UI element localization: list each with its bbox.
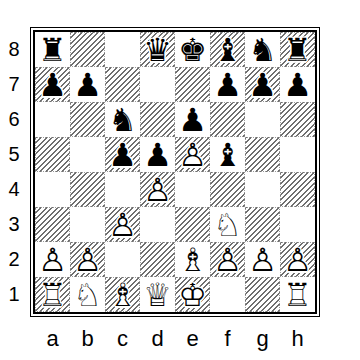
white-pawn-fill: ♟ <box>141 173 174 206</box>
square-g3[interactable] <box>245 207 280 242</box>
square-d2[interactable] <box>140 242 175 277</box>
square-b6[interactable] <box>70 102 105 137</box>
rank-label-8: 8 <box>1 32 27 67</box>
black-queen: ♛ <box>141 33 174 66</box>
rank-label-2: 2 <box>1 242 27 277</box>
square-d3[interactable] <box>140 207 175 242</box>
square-c8[interactable] <box>105 32 140 67</box>
white-rook-fill: ♜ <box>36 278 69 311</box>
file-label-h: h <box>280 323 315 355</box>
square-a7[interactable]: ♟ <box>35 67 70 102</box>
white-knight: ♘ <box>210 207 245 242</box>
black-pawn: ♟ <box>210 67 245 102</box>
white-pawn: ♙ <box>35 242 70 277</box>
square-a5[interactable] <box>35 137 70 172</box>
white-pawn-fill: ♟ <box>281 243 314 276</box>
white-knight-fill: ♞ <box>210 207 245 242</box>
black-bishop: ♝ <box>211 33 244 66</box>
rank-label-7: 7 <box>1 67 27 102</box>
square-b5[interactable] <box>70 137 105 172</box>
rank-label-6: 6 <box>1 102 27 137</box>
chess-diagram: 87654321 ♜♛♚♝♞♜♟♟♟♟♟♞♟♟♟♟♙♝♟♙♟♙♞♘♟♙♟♙♝♗♟… <box>0 0 360 360</box>
square-a6[interactable] <box>35 102 70 137</box>
file-label-g: g <box>245 323 280 355</box>
square-e3[interactable] <box>175 207 210 242</box>
file-label-a: a <box>35 323 70 355</box>
square-b3[interactable] <box>70 207 105 242</box>
square-g8[interactable]: ♞ <box>245 32 280 67</box>
square-b8[interactable] <box>70 32 105 67</box>
square-d6[interactable] <box>140 102 175 137</box>
white-rook: ♖ <box>36 278 69 311</box>
white-pawn: ♙ <box>176 138 209 171</box>
square-c6[interactable]: ♞ <box>105 102 140 137</box>
square-h2[interactable]: ♟♙ <box>280 242 315 277</box>
file-label-b: b <box>70 323 105 355</box>
black-pawn: ♟ <box>70 67 105 102</box>
black-pawn: ♟ <box>280 67 315 102</box>
square-e4[interactable] <box>175 172 210 207</box>
square-f7[interactable]: ♟ <box>210 67 245 102</box>
square-h5[interactable] <box>280 137 315 172</box>
black-pawn: ♟ <box>106 138 139 171</box>
black-pawn: ♟ <box>140 137 175 172</box>
rank-label-4: 4 <box>1 172 27 207</box>
white-pawn-fill: ♟ <box>176 138 209 171</box>
square-c7[interactable] <box>105 67 140 102</box>
square-e6[interactable]: ♟ <box>175 102 210 137</box>
square-d7[interactable] <box>140 67 175 102</box>
square-d1[interactable]: ♛♕ <box>140 277 175 312</box>
square-g2[interactable]: ♟♙ <box>245 242 280 277</box>
white-pawn-fill: ♟ <box>35 242 70 277</box>
white-knight: ♘ <box>70 277 105 312</box>
white-rook: ♖ <box>280 277 315 312</box>
square-a3[interactable] <box>35 207 70 242</box>
square-h3[interactable] <box>280 207 315 242</box>
white-pawn-fill: ♟ <box>71 243 104 276</box>
square-f5[interactable]: ♝ <box>210 137 245 172</box>
square-e2[interactable]: ♝♗ <box>175 242 210 277</box>
square-c5[interactable]: ♟ <box>105 137 140 172</box>
square-g1[interactable] <box>245 277 280 312</box>
black-pawn: ♟ <box>246 68 279 101</box>
white-pawn-fill: ♟ <box>211 243 244 276</box>
rank-label-3: 3 <box>1 207 27 242</box>
square-d8[interactable]: ♛ <box>140 32 175 67</box>
square-c1[interactable]: ♝♗ <box>105 277 140 312</box>
square-d4[interactable]: ♟♙ <box>140 172 175 207</box>
board-grid: ♜♛♚♝♞♜♟♟♟♟♟♞♟♟♟♟♙♝♟♙♟♙♞♘♟♙♟♙♝♗♟♙♟♙♟♙♜♖♞♘… <box>35 32 315 312</box>
square-a4[interactable] <box>35 172 70 207</box>
file-label-c: c <box>105 323 140 355</box>
white-knight-fill: ♞ <box>70 277 105 312</box>
white-pawn-fill: ♟ <box>245 242 280 277</box>
square-a1[interactable]: ♜♖ <box>35 277 70 312</box>
white-bishop: ♗ <box>106 278 139 311</box>
rank-label-5: 5 <box>1 137 27 172</box>
board-border: ♜♛♚♝♞♜♟♟♟♟♟♞♟♟♟♟♙♝♟♙♟♙♞♘♟♙♟♙♝♗♟♙♟♙♟♙♜♖♞♘… <box>30 27 320 317</box>
file-label-e: e <box>175 323 210 355</box>
white-pawn: ♙ <box>245 242 280 277</box>
black-pawn: ♟ <box>175 102 210 137</box>
square-g6[interactable] <box>245 102 280 137</box>
square-a2[interactable]: ♟♙ <box>35 242 70 277</box>
square-g5[interactable] <box>245 137 280 172</box>
white-pawn-fill: ♟ <box>106 208 139 241</box>
chess-board: ♜♛♚♝♞♜♟♟♟♟♟♞♟♟♟♟♙♝♟♙♟♙♞♘♟♙♟♙♝♗♟♙♟♙♟♙♜♖♞♘… <box>33 30 317 314</box>
black-knight: ♞ <box>245 32 280 67</box>
square-f3[interactable]: ♞♘ <box>210 207 245 242</box>
white-king-fill: ♚ <box>176 278 209 311</box>
square-b7[interactable]: ♟ <box>70 67 105 102</box>
white-bishop: ♗ <box>175 242 210 277</box>
square-h6[interactable] <box>280 102 315 137</box>
white-bishop-fill: ♝ <box>175 242 210 277</box>
square-b1[interactable]: ♞♘ <box>70 277 105 312</box>
square-h1[interactable]: ♜♖ <box>280 277 315 312</box>
rank-labels: 87654321 <box>1 32 27 312</box>
square-d5[interactable]: ♟ <box>140 137 175 172</box>
square-g4[interactable] <box>245 172 280 207</box>
square-f1[interactable] <box>210 277 245 312</box>
white-king: ♔ <box>176 278 209 311</box>
white-pawn: ♙ <box>71 243 104 276</box>
file-label-d: d <box>140 323 175 355</box>
square-e8[interactable]: ♚ <box>175 32 210 67</box>
square-e1[interactable]: ♚♔ <box>175 277 210 312</box>
white-rook-fill: ♜ <box>280 277 315 312</box>
black-bishop: ♝ <box>210 137 245 172</box>
square-b4[interactable] <box>70 172 105 207</box>
square-h4[interactable] <box>280 172 315 207</box>
square-f4[interactable] <box>210 172 245 207</box>
white-queen: ♕ <box>140 277 175 312</box>
rank-label-1: 1 <box>1 277 27 312</box>
square-h8[interactable]: ♜ <box>280 32 315 67</box>
black-knight: ♞ <box>105 102 140 137</box>
file-labels: abcdefgh <box>35 323 315 355</box>
square-g7[interactable]: ♟ <box>245 67 280 102</box>
black-rook: ♜ <box>35 32 70 67</box>
square-e5[interactable]: ♟♙ <box>175 137 210 172</box>
square-f2[interactable]: ♟♙ <box>210 242 245 277</box>
square-f6[interactable] <box>210 102 245 137</box>
white-bishop-fill: ♝ <box>106 278 139 311</box>
square-h7[interactable]: ♟ <box>280 67 315 102</box>
square-b2[interactable]: ♟♙ <box>70 242 105 277</box>
white-pawn: ♙ <box>141 173 174 206</box>
white-pawn: ♙ <box>281 243 314 276</box>
black-rook: ♜ <box>281 33 314 66</box>
black-pawn: ♟ <box>36 68 69 101</box>
square-c3[interactable]: ♟♙ <box>105 207 140 242</box>
file-label-f: f <box>210 323 245 355</box>
square-c2[interactable] <box>105 242 140 277</box>
square-e7[interactable] <box>175 67 210 102</box>
square-a8[interactable]: ♜ <box>35 32 70 67</box>
white-pawn: ♙ <box>211 243 244 276</box>
white-queen-fill: ♛ <box>140 277 175 312</box>
square-f8[interactable]: ♝ <box>210 32 245 67</box>
white-pawn: ♙ <box>106 208 139 241</box>
black-king: ♚ <box>175 32 210 67</box>
square-c4[interactable] <box>105 172 140 207</box>
